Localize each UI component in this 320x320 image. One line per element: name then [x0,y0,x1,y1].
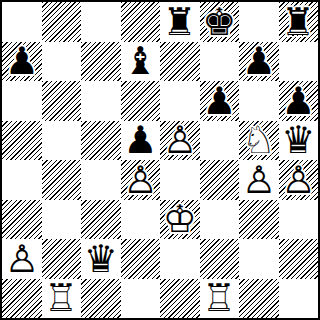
black-pawn-glyph: ♟ [200,81,240,121]
square-a2[interactable]: ♟♙ [2,239,42,279]
black-bishop-glyph: ♝ [121,42,161,82]
square-b4[interactable] [42,160,82,200]
square-f5[interactable] [200,121,240,161]
white-rook-glyph: ♖ [200,279,240,319]
square-f1[interactable]: ♜♖ [200,279,240,319]
square-e2[interactable] [160,239,200,279]
square-a3[interactable] [2,200,42,240]
square-h4[interactable]: ♟♙ [279,160,319,200]
square-e7[interactable] [160,42,200,82]
square-d7[interactable]: ♝♝ [121,42,161,82]
square-g5[interactable]: ♞♘ [239,121,279,161]
square-c8[interactable] [81,2,121,42]
square-e1[interactable] [160,279,200,319]
black-pawn[interactable]: ♟♟ [2,42,42,82]
square-c1[interactable] [81,279,121,319]
square-g3[interactable] [239,200,279,240]
square-h2[interactable] [279,239,319,279]
square-h1[interactable] [279,279,319,319]
square-d6[interactable] [121,81,161,121]
square-b1[interactable]: ♜♖ [42,279,82,319]
square-a8[interactable] [2,2,42,42]
black-bishop[interactable]: ♝♝ [121,42,161,82]
square-g8[interactable] [239,2,279,42]
white-king-glyph: ♔ [160,200,200,240]
white-pawn[interactable]: ♟♙ [2,239,42,279]
square-d1[interactable] [121,279,161,319]
square-b8[interactable] [42,2,82,42]
square-g4[interactable]: ♟♙ [239,160,279,200]
square-a4[interactable] [2,160,42,200]
square-b5[interactable] [42,121,82,161]
square-h7[interactable] [279,42,319,82]
white-pawn[interactable]: ♟♙ [160,121,200,161]
square-f3[interactable] [200,200,240,240]
square-c2[interactable]: ♛♛ [81,239,121,279]
white-pawn[interactable]: ♟♙ [279,160,319,200]
square-g7[interactable]: ♟♟ [239,42,279,82]
square-a6[interactable] [2,81,42,121]
square-c3[interactable] [81,200,121,240]
white-rook[interactable]: ♜♖ [42,279,82,319]
square-g1[interactable] [239,279,279,319]
white-pawn-glyph: ♙ [2,239,42,279]
black-rook-glyph: ♜ [160,2,200,42]
square-b7[interactable] [42,42,82,82]
white-pawn-glyph: ♙ [239,160,279,200]
square-f2[interactable] [200,239,240,279]
black-pawn-glyph: ♟ [2,42,42,82]
black-pawn-glyph: ♟ [239,42,279,82]
white-rook[interactable]: ♜♖ [200,279,240,319]
square-e8[interactable]: ♜♜ [160,2,200,42]
black-pawn[interactable]: ♟♟ [239,42,279,82]
black-pawn[interactable]: ♟♟ [200,81,240,121]
black-rook[interactable]: ♜♜ [279,2,319,42]
black-king-glyph: ♚ [200,2,240,42]
square-a5[interactable] [2,121,42,161]
black-pawn[interactable]: ♟♟ [121,121,161,161]
black-king[interactable]: ♚♚ [200,2,240,42]
square-h8[interactable]: ♜♜ [279,2,319,42]
square-c6[interactable] [81,81,121,121]
square-f4[interactable] [200,160,240,200]
square-g2[interactable] [239,239,279,279]
square-d4[interactable]: ♟♙ [121,160,161,200]
black-queen-glyph: ♛ [81,239,121,279]
square-d3[interactable] [121,200,161,240]
square-g6[interactable] [239,81,279,121]
square-d5[interactable]: ♟♟ [121,121,161,161]
square-f6[interactable]: ♟♟ [200,81,240,121]
square-e3[interactable]: ♚♔ [160,200,200,240]
square-h6[interactable]: ♟♟ [279,81,319,121]
square-e6[interactable] [160,81,200,121]
white-knight[interactable]: ♞♘ [239,121,279,161]
white-knight-glyph: ♘ [239,121,279,161]
square-h5[interactable]: ♛♛ [279,121,319,161]
square-e4[interactable] [160,160,200,200]
square-d8[interactable] [121,2,161,42]
black-queen-glyph: ♛ [279,121,319,161]
white-rook-glyph: ♖ [42,279,82,319]
black-rook[interactable]: ♜♜ [160,2,200,42]
square-c4[interactable] [81,160,121,200]
square-f8[interactable]: ♚♚ [200,2,240,42]
square-b6[interactable] [42,81,82,121]
square-b2[interactable] [42,239,82,279]
white-pawn[interactable]: ♟♙ [121,160,161,200]
white-pawn-glyph: ♙ [160,121,200,161]
square-b3[interactable] [42,200,82,240]
black-queen[interactable]: ♛♛ [279,121,319,161]
white-pawn-glyph: ♙ [279,160,319,200]
square-a1[interactable] [2,279,42,319]
square-a7[interactable]: ♟♟ [2,42,42,82]
square-c5[interactable] [81,121,121,161]
square-d2[interactable] [121,239,161,279]
square-f7[interactable] [200,42,240,82]
black-pawn-glyph: ♟ [279,81,319,121]
square-e5[interactable]: ♟♙ [160,121,200,161]
black-pawn[interactable]: ♟♟ [279,81,319,121]
black-queen[interactable]: ♛♛ [81,239,121,279]
white-pawn-glyph: ♙ [121,160,161,200]
black-pawn-glyph: ♟ [121,121,161,161]
chess-board: ♜♜♚♚♜♜♟♟♝♝♟♟♟♟♟♟♟♟♟♙♞♘♛♛♟♙♟♙♟♙♚♔♟♙♛♛♜♖♜♖ [0,0,320,320]
square-h3[interactable] [279,200,319,240]
white-pawn[interactable]: ♟♙ [239,160,279,200]
black-rook-glyph: ♜ [279,2,319,42]
square-c7[interactable] [81,42,121,82]
white-king[interactable]: ♚♔ [160,200,200,240]
